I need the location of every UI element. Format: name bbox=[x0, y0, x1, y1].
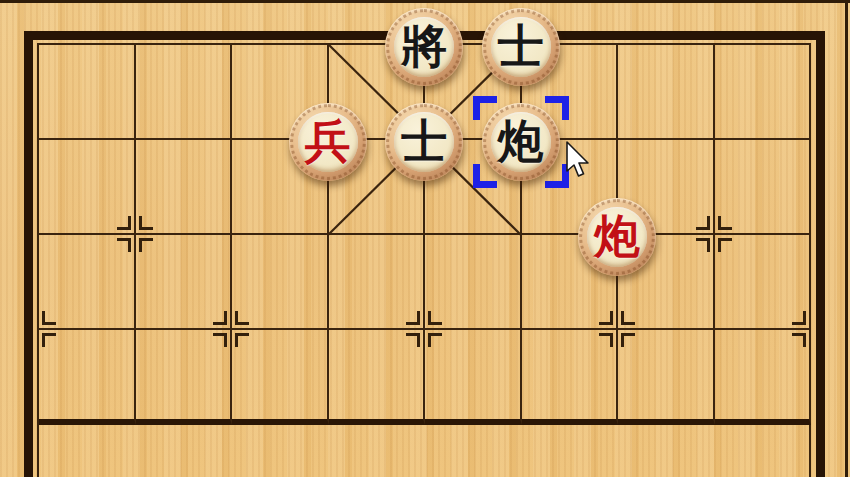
point-marker-corner bbox=[42, 333, 56, 347]
piece-red-soldier[interactable]: 兵 bbox=[289, 103, 367, 181]
point-marker-corner bbox=[621, 333, 635, 347]
board-cell[interactable] bbox=[618, 45, 715, 140]
point-marker-corner bbox=[792, 311, 806, 325]
piece-character: 兵 bbox=[305, 118, 351, 164]
piece-character: 炮 bbox=[594, 213, 640, 259]
point-marker bbox=[17, 308, 59, 350]
point-marker-corner bbox=[718, 238, 732, 252]
point-marker bbox=[693, 213, 735, 255]
point-marker-corner bbox=[117, 238, 131, 252]
board-cell[interactable] bbox=[39, 45, 136, 140]
point-marker-corner bbox=[621, 311, 635, 325]
piece-black-general[interactable]: 將 bbox=[385, 8, 463, 86]
point-marker-corner bbox=[406, 311, 420, 325]
board-cell[interactable] bbox=[522, 425, 619, 477]
piece-face: 士 bbox=[491, 17, 551, 77]
board-cell[interactable] bbox=[232, 425, 329, 477]
board-cell[interactable] bbox=[329, 425, 426, 477]
board-outer-edge-top bbox=[0, 0, 850, 3]
point-marker bbox=[596, 308, 638, 350]
board-cell[interactable] bbox=[425, 425, 522, 477]
point-marker-corner bbox=[213, 333, 227, 347]
point-marker-corner bbox=[42, 311, 56, 325]
point-marker-corner bbox=[428, 333, 442, 347]
point-marker-corner bbox=[406, 333, 420, 347]
point-marker-corner bbox=[599, 333, 613, 347]
board-cell[interactable] bbox=[39, 425, 136, 477]
piece-face: 炮 bbox=[491, 112, 551, 172]
board-cell[interactable] bbox=[136, 45, 233, 140]
piece-red-cannon[interactable]: 炮 bbox=[578, 198, 656, 276]
point-marker bbox=[789, 308, 831, 350]
piece-character: 士 bbox=[401, 118, 447, 164]
point-marker-corner bbox=[599, 311, 613, 325]
board-cell[interactable] bbox=[618, 425, 715, 477]
board-cell[interactable] bbox=[715, 425, 812, 477]
piece-black-cannon[interactable]: 炮 bbox=[482, 103, 560, 181]
point-marker-corner bbox=[428, 311, 442, 325]
board-cell[interactable] bbox=[715, 45, 812, 140]
point-marker-corner bbox=[139, 216, 153, 230]
xiangqi-board-screen: 將士兵士炮炮 bbox=[0, 0, 850, 477]
piece-face: 炮 bbox=[587, 207, 647, 267]
piece-character: 炮 bbox=[498, 118, 544, 164]
piece-face: 兵 bbox=[298, 112, 358, 172]
piece-black-advisor-f5[interactable]: 士 bbox=[385, 103, 463, 181]
board-cell[interactable] bbox=[136, 425, 233, 477]
point-marker-corner bbox=[696, 216, 710, 230]
piece-character: 士 bbox=[498, 23, 544, 69]
point-marker-corner bbox=[117, 216, 131, 230]
point-marker-corner bbox=[235, 311, 249, 325]
point-marker-corner bbox=[696, 238, 710, 252]
piece-face: 將 bbox=[394, 17, 454, 77]
piece-face: 士 bbox=[394, 112, 454, 172]
point-marker-corner bbox=[139, 238, 153, 252]
point-marker-corner bbox=[235, 333, 249, 347]
piece-character: 將 bbox=[401, 23, 447, 69]
board-outer-edge-right bbox=[845, 0, 848, 477]
point-marker-corner bbox=[213, 311, 227, 325]
point-marker bbox=[403, 308, 445, 350]
point-marker-corner bbox=[792, 333, 806, 347]
point-marker-corner bbox=[718, 216, 732, 230]
point-marker bbox=[114, 213, 156, 255]
point-marker bbox=[210, 308, 252, 350]
piece-black-advisor-f6[interactable]: 士 bbox=[482, 8, 560, 86]
